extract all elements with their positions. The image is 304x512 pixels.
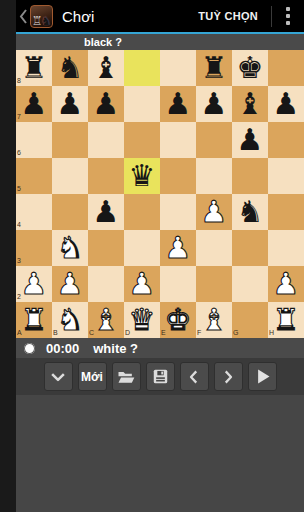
square-e7[interactable]: ♟ (160, 86, 196, 122)
square-h7[interactable]: ♟ (268, 86, 304, 122)
square-f8[interactable]: ♜ (196, 50, 232, 86)
square-c4[interactable]: ♟ (88, 194, 124, 230)
square-c8[interactable]: ♝ (88, 50, 124, 86)
square-d1[interactable]: ♛ (124, 302, 160, 338)
floppy-icon (151, 367, 170, 386)
square-g5[interactable] (232, 158, 268, 194)
play-icon (252, 366, 273, 387)
square-f5[interactable] (196, 158, 232, 194)
overflow-dot (286, 7, 290, 11)
play-button[interactable] (248, 362, 277, 391)
square-b8[interactable]: ♞ (52, 50, 88, 86)
piece-white-b: ♝ (201, 302, 228, 338)
square-c3[interactable] (88, 230, 124, 266)
overflow-menu-button[interactable] (272, 0, 304, 32)
chevron-right-icon (219, 368, 237, 386)
new-game-button[interactable]: Mới (78, 362, 107, 391)
piece-black-b: ♝ (237, 86, 264, 122)
piece-white-n: ♞ (57, 302, 84, 338)
app-icon: ♖♞ (30, 5, 53, 28)
square-c5[interactable] (88, 158, 124, 194)
piece-white-k: ♚ (165, 302, 192, 338)
piece-black-b: ♝ (93, 50, 120, 86)
new-game-label: Mới (81, 370, 103, 384)
square-a8[interactable]: ♜ (16, 50, 52, 86)
page-title: Chơi (62, 8, 94, 25)
square-f1[interactable]: ♝ (196, 302, 232, 338)
square-a4[interactable] (16, 194, 52, 230)
white-player-label: white ? (93, 341, 138, 356)
action-bar: ♖♞ Chơi TUỲ CHỌN (16, 0, 304, 32)
square-a3[interactable] (16, 230, 52, 266)
piece-black-r: ♜ (21, 50, 48, 86)
piece-white-r: ♜ (21, 302, 48, 338)
piece-black-q: ♛ (129, 158, 156, 194)
piece-black-p: ♟ (93, 86, 120, 122)
open-file-button[interactable] (112, 362, 141, 391)
square-h4[interactable] (268, 194, 304, 230)
square-g8[interactable]: ♚ (232, 50, 268, 86)
black-player-label: black ? (84, 36, 122, 48)
square-h2[interactable]: ♟ (268, 266, 304, 302)
square-d8[interactable] (124, 50, 160, 86)
piece-black-p: ♟ (93, 194, 120, 230)
square-d4[interactable] (124, 194, 160, 230)
square-e4[interactable] (160, 194, 196, 230)
square-g7[interactable]: ♝ (232, 86, 268, 122)
square-e5[interactable] (160, 158, 196, 194)
square-b6[interactable] (52, 122, 88, 158)
square-b4[interactable] (52, 194, 88, 230)
square-c7[interactable]: ♟ (88, 86, 124, 122)
square-a5[interactable] (16, 158, 52, 194)
black-player-status: black ? (16, 34, 304, 50)
chess-board[interactable]: ♜♞♝♜♚♟♟♟♟♟♝♟♟♛♟♟♞♞♟♟♟♟♟♜♞♝♛♚♝♜8765432ABC… (16, 50, 304, 338)
piece-black-p: ♟ (57, 86, 84, 122)
piece-white-p: ♟ (21, 266, 48, 302)
clock-text: 00:00 (46, 341, 79, 356)
square-b7[interactable]: ♟ (52, 86, 88, 122)
piece-black-p: ♟ (21, 86, 48, 122)
piece-white-p: ♟ (57, 266, 84, 302)
next-move-button[interactable] (214, 362, 243, 391)
piece-black-n: ♞ (237, 194, 264, 230)
square-c2[interactable] (88, 266, 124, 302)
square-b1[interactable]: ♞ (52, 302, 88, 338)
square-h1[interactable]: ♜ (268, 302, 304, 338)
square-f2[interactable] (196, 266, 232, 302)
app-window: ♖♞ Chơi TUỲ CHỌN black ? ♜♞♝♜♚♟♟♟♟♟♝♟♟♛♟… (16, 0, 304, 512)
square-c6[interactable] (88, 122, 124, 158)
chevron-down-icon (48, 367, 68, 387)
piece-black-p: ♟ (273, 86, 300, 122)
square-h3[interactable] (268, 230, 304, 266)
piece-black-p: ♟ (165, 86, 192, 122)
piece-white-p: ♟ (165, 230, 192, 266)
square-b5[interactable] (52, 158, 88, 194)
back-button[interactable] (17, 0, 29, 32)
piece-white-r: ♜ (273, 302, 300, 338)
square-g6[interactable]: ♟ (232, 122, 268, 158)
piece-white-q: ♛ (129, 302, 156, 338)
piece-white-p: ♟ (129, 266, 156, 302)
square-g1[interactable] (232, 302, 268, 338)
square-d5[interactable]: ♛ (124, 158, 160, 194)
folder-icon (116, 367, 136, 387)
square-d6[interactable] (124, 122, 160, 158)
square-h5[interactable] (268, 158, 304, 194)
square-b3[interactable]: ♞ (52, 230, 88, 266)
collapse-button[interactable] (44, 362, 73, 391)
white-turn-radio[interactable] (24, 343, 35, 354)
piece-black-r: ♜ (201, 50, 228, 86)
square-g3[interactable] (232, 230, 268, 266)
square-g2[interactable] (232, 266, 268, 302)
toolbar: Mới (16, 358, 304, 395)
square-a7[interactable]: ♟ (16, 86, 52, 122)
square-d7[interactable] (124, 86, 160, 122)
square-b2[interactable]: ♟ (52, 266, 88, 302)
piece-white-p: ♟ (273, 266, 300, 302)
square-f4[interactable]: ♟ (196, 194, 232, 230)
square-d2[interactable]: ♟ (124, 266, 160, 302)
square-a2[interactable]: ♟ (16, 266, 52, 302)
piece-black-p: ♟ (201, 86, 228, 122)
square-c1[interactable]: ♝ (88, 302, 124, 338)
piece-black-n: ♞ (57, 50, 84, 86)
square-e8[interactable] (160, 50, 196, 86)
options-button[interactable]: TUỲ CHỌN (185, 10, 271, 22)
prev-move-button[interactable] (180, 362, 209, 391)
piece-black-k: ♚ (237, 50, 264, 86)
square-a6[interactable] (16, 122, 52, 158)
square-h8[interactable] (268, 50, 304, 86)
white-player-status: 00:00 white ? (16, 338, 304, 358)
piece-white-p: ♟ (201, 194, 228, 230)
back-chevron-icon (19, 8, 28, 25)
bottom-filler (16, 395, 304, 512)
square-a1[interactable]: ♜ (16, 302, 52, 338)
square-e3[interactable]: ♟ (160, 230, 196, 266)
square-f6[interactable] (196, 122, 232, 158)
piece-black-p: ♟ (237, 122, 264, 158)
square-d3[interactable] (124, 230, 160, 266)
square-e2[interactable] (160, 266, 196, 302)
square-f3[interactable] (196, 230, 232, 266)
square-g4[interactable]: ♞ (232, 194, 268, 230)
square-e1[interactable]: ♚ (160, 302, 196, 338)
square-e6[interactable] (160, 122, 196, 158)
chevron-left-icon (185, 368, 203, 386)
square-h6[interactable] (268, 122, 304, 158)
piece-white-n: ♞ (57, 230, 84, 266)
save-button[interactable] (146, 362, 175, 391)
piece-white-b: ♝ (93, 302, 120, 338)
square-f7[interactable]: ♟ (196, 86, 232, 122)
